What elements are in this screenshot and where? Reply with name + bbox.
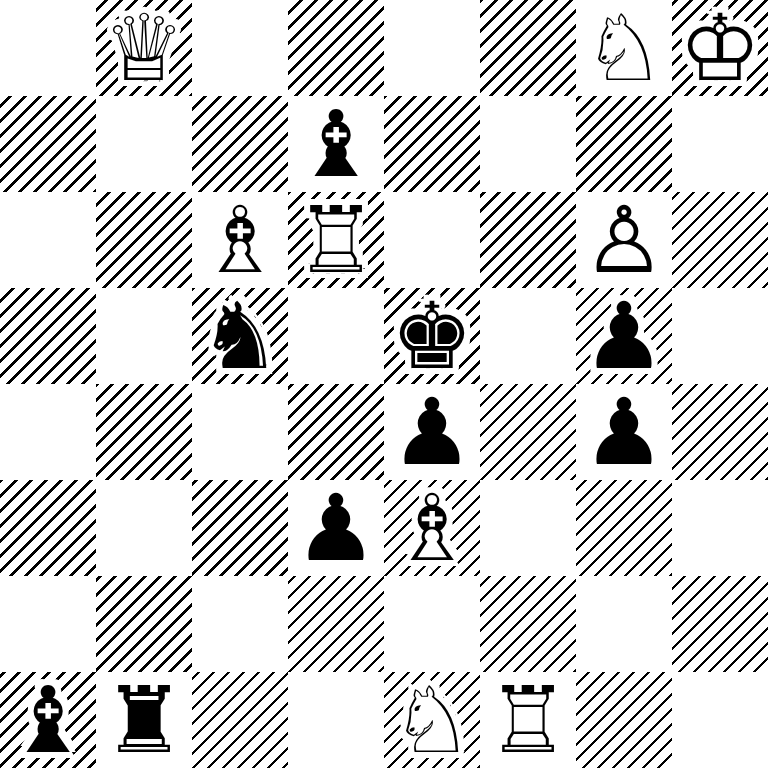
square-c3[interactable]: [192, 480, 288, 576]
square-d5[interactable]: [288, 288, 384, 384]
square-h1[interactable]: [672, 672, 768, 768]
square-h8[interactable]: ♚♔: [672, 0, 768, 96]
white-king-glyph: ♔: [672, 1, 768, 97]
black-pawn-glyph: ♟: [384, 385, 480, 481]
black-bishop-glyph: ♝: [288, 97, 384, 193]
square-e5[interactable]: ♚: [384, 288, 480, 384]
square-c4[interactable]: [192, 384, 288, 480]
piece-black-bishop[interactable]: ♝: [0, 672, 96, 768]
square-b4[interactable]: [96, 384, 192, 480]
piece-white-knight[interactable]: ♞♘: [576, 0, 672, 96]
square-b2[interactable]: [96, 576, 192, 672]
square-e1[interactable]: ♞♘: [384, 672, 480, 768]
square-g8[interactable]: ♞♘: [576, 0, 672, 96]
square-e2[interactable]: [384, 576, 480, 672]
piece-black-pawn[interactable]: ♟: [576, 288, 672, 384]
piece-white-rook[interactable]: ♜♖: [288, 192, 384, 288]
square-e6[interactable]: [384, 192, 480, 288]
square-c1[interactable]: [192, 672, 288, 768]
square-a8[interactable]: [0, 0, 96, 96]
white-pawn-glyph: ♙: [576, 193, 672, 289]
square-d7[interactable]: ♝: [288, 96, 384, 192]
white-rook-glyph: ♖: [480, 673, 576, 768]
piece-white-knight[interactable]: ♞♘: [384, 672, 480, 768]
square-h7[interactable]: [672, 96, 768, 192]
piece-black-king[interactable]: ♚: [384, 288, 480, 384]
piece-white-rook[interactable]: ♜♖: [480, 672, 576, 768]
square-h6[interactable]: [672, 192, 768, 288]
black-bishop-glyph: ♝: [0, 673, 96, 768]
white-bishop-glyph: ♗: [192, 193, 288, 289]
square-e4[interactable]: ♟: [384, 384, 480, 480]
square-b1[interactable]: ♜: [96, 672, 192, 768]
square-c7[interactable]: [192, 96, 288, 192]
square-d1[interactable]: [288, 672, 384, 768]
square-c2[interactable]: [192, 576, 288, 672]
square-f4[interactable]: [480, 384, 576, 480]
black-pawn-glyph: ♟: [288, 481, 384, 577]
square-f5[interactable]: [480, 288, 576, 384]
square-a5[interactable]: [0, 288, 96, 384]
black-pawn-glyph: ♟: [576, 385, 672, 481]
piece-black-bishop[interactable]: ♝: [288, 96, 384, 192]
black-rook-glyph: ♜: [96, 673, 192, 768]
square-b3[interactable]: [96, 480, 192, 576]
white-rook-glyph: ♖: [288, 193, 384, 289]
square-e3[interactable]: ♝♗: [384, 480, 480, 576]
square-f3[interactable]: [480, 480, 576, 576]
square-h3[interactable]: [672, 480, 768, 576]
square-f1[interactable]: ♜♖: [480, 672, 576, 768]
square-a3[interactable]: [0, 480, 96, 576]
square-b6[interactable]: [96, 192, 192, 288]
square-h4[interactable]: [672, 384, 768, 480]
piece-black-rook[interactable]: ♜: [96, 672, 192, 768]
square-e7[interactable]: [384, 96, 480, 192]
piece-white-king[interactable]: ♚♔: [672, 0, 768, 96]
square-a2[interactable]: [0, 576, 96, 672]
square-f6[interactable]: [480, 192, 576, 288]
piece-black-pawn[interactable]: ♟: [288, 480, 384, 576]
piece-white-queen[interactable]: ♛♕: [96, 0, 192, 96]
black-pawn-glyph: ♟: [576, 289, 672, 385]
square-d2[interactable]: [288, 576, 384, 672]
square-a4[interactable]: [0, 384, 96, 480]
square-c6[interactable]: ♝♗: [192, 192, 288, 288]
white-knight-glyph: ♘: [384, 673, 480, 768]
black-knight-glyph: ♞: [192, 289, 288, 385]
square-g6[interactable]: ♟♙: [576, 192, 672, 288]
square-g3[interactable]: [576, 480, 672, 576]
square-a7[interactable]: [0, 96, 96, 192]
square-b8[interactable]: ♛♕: [96, 0, 192, 96]
piece-white-bishop[interactable]: ♝♗: [384, 480, 480, 576]
piece-white-pawn[interactable]: ♟♙: [576, 192, 672, 288]
square-f8[interactable]: [480, 0, 576, 96]
square-h2[interactable]: [672, 576, 768, 672]
chess-board: ♛♕♞♘♚♔♝♝♗♜♖♟♙♞♚♟♟♟♟♝♗♝♜♞♘♜♖: [0, 0, 768, 768]
white-bishop-glyph: ♗: [384, 481, 480, 577]
square-e8[interactable]: [384, 0, 480, 96]
piece-black-pawn[interactable]: ♟: [576, 384, 672, 480]
square-d4[interactable]: [288, 384, 384, 480]
square-d6[interactable]: ♜♖: [288, 192, 384, 288]
square-f7[interactable]: [480, 96, 576, 192]
square-g5[interactable]: ♟: [576, 288, 672, 384]
square-d3[interactable]: ♟: [288, 480, 384, 576]
piece-black-pawn[interactable]: ♟: [384, 384, 480, 480]
square-a1[interactable]: ♝: [0, 672, 96, 768]
square-g2[interactable]: [576, 576, 672, 672]
square-a6[interactable]: [0, 192, 96, 288]
piece-white-bishop[interactable]: ♝♗: [192, 192, 288, 288]
white-knight-glyph: ♘: [576, 1, 672, 97]
square-c5[interactable]: ♞: [192, 288, 288, 384]
black-king-glyph: ♚: [384, 289, 480, 385]
square-f2[interactable]: [480, 576, 576, 672]
square-h5[interactable]: [672, 288, 768, 384]
square-g7[interactable]: [576, 96, 672, 192]
square-g1[interactable]: [576, 672, 672, 768]
square-g4[interactable]: ♟: [576, 384, 672, 480]
square-d8[interactable]: [288, 0, 384, 96]
square-c8[interactable]: [192, 0, 288, 96]
square-b7[interactable]: [96, 96, 192, 192]
square-b5[interactable]: [96, 288, 192, 384]
piece-black-knight[interactable]: ♞: [192, 288, 288, 384]
white-queen-glyph: ♕: [96, 1, 192, 97]
